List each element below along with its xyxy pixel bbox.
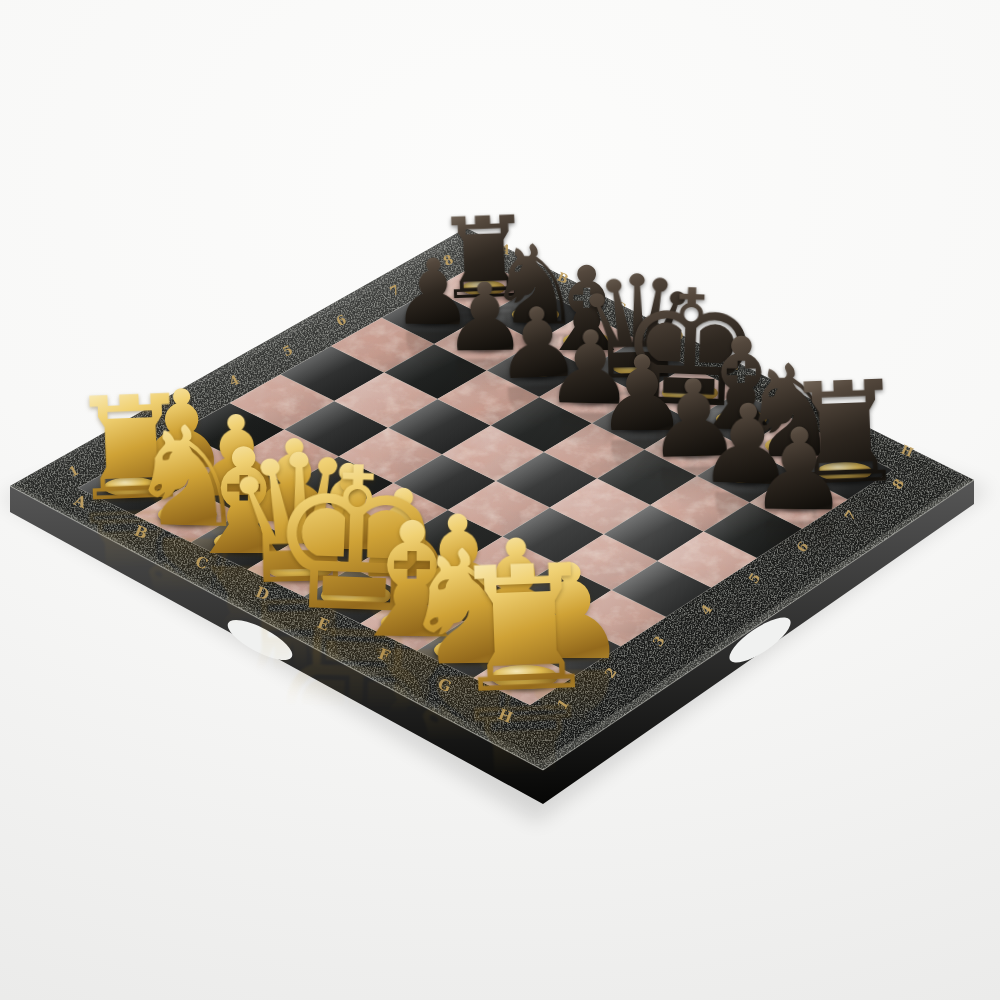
- studio-scene: ABCDEFGH12345678ABCDEFGH12345678 ♜♜♞♞♝♝♛…: [0, 0, 1000, 1000]
- chess-board: ABCDEFGH12345678ABCDEFGH12345678: [0, 0, 1000, 1000]
